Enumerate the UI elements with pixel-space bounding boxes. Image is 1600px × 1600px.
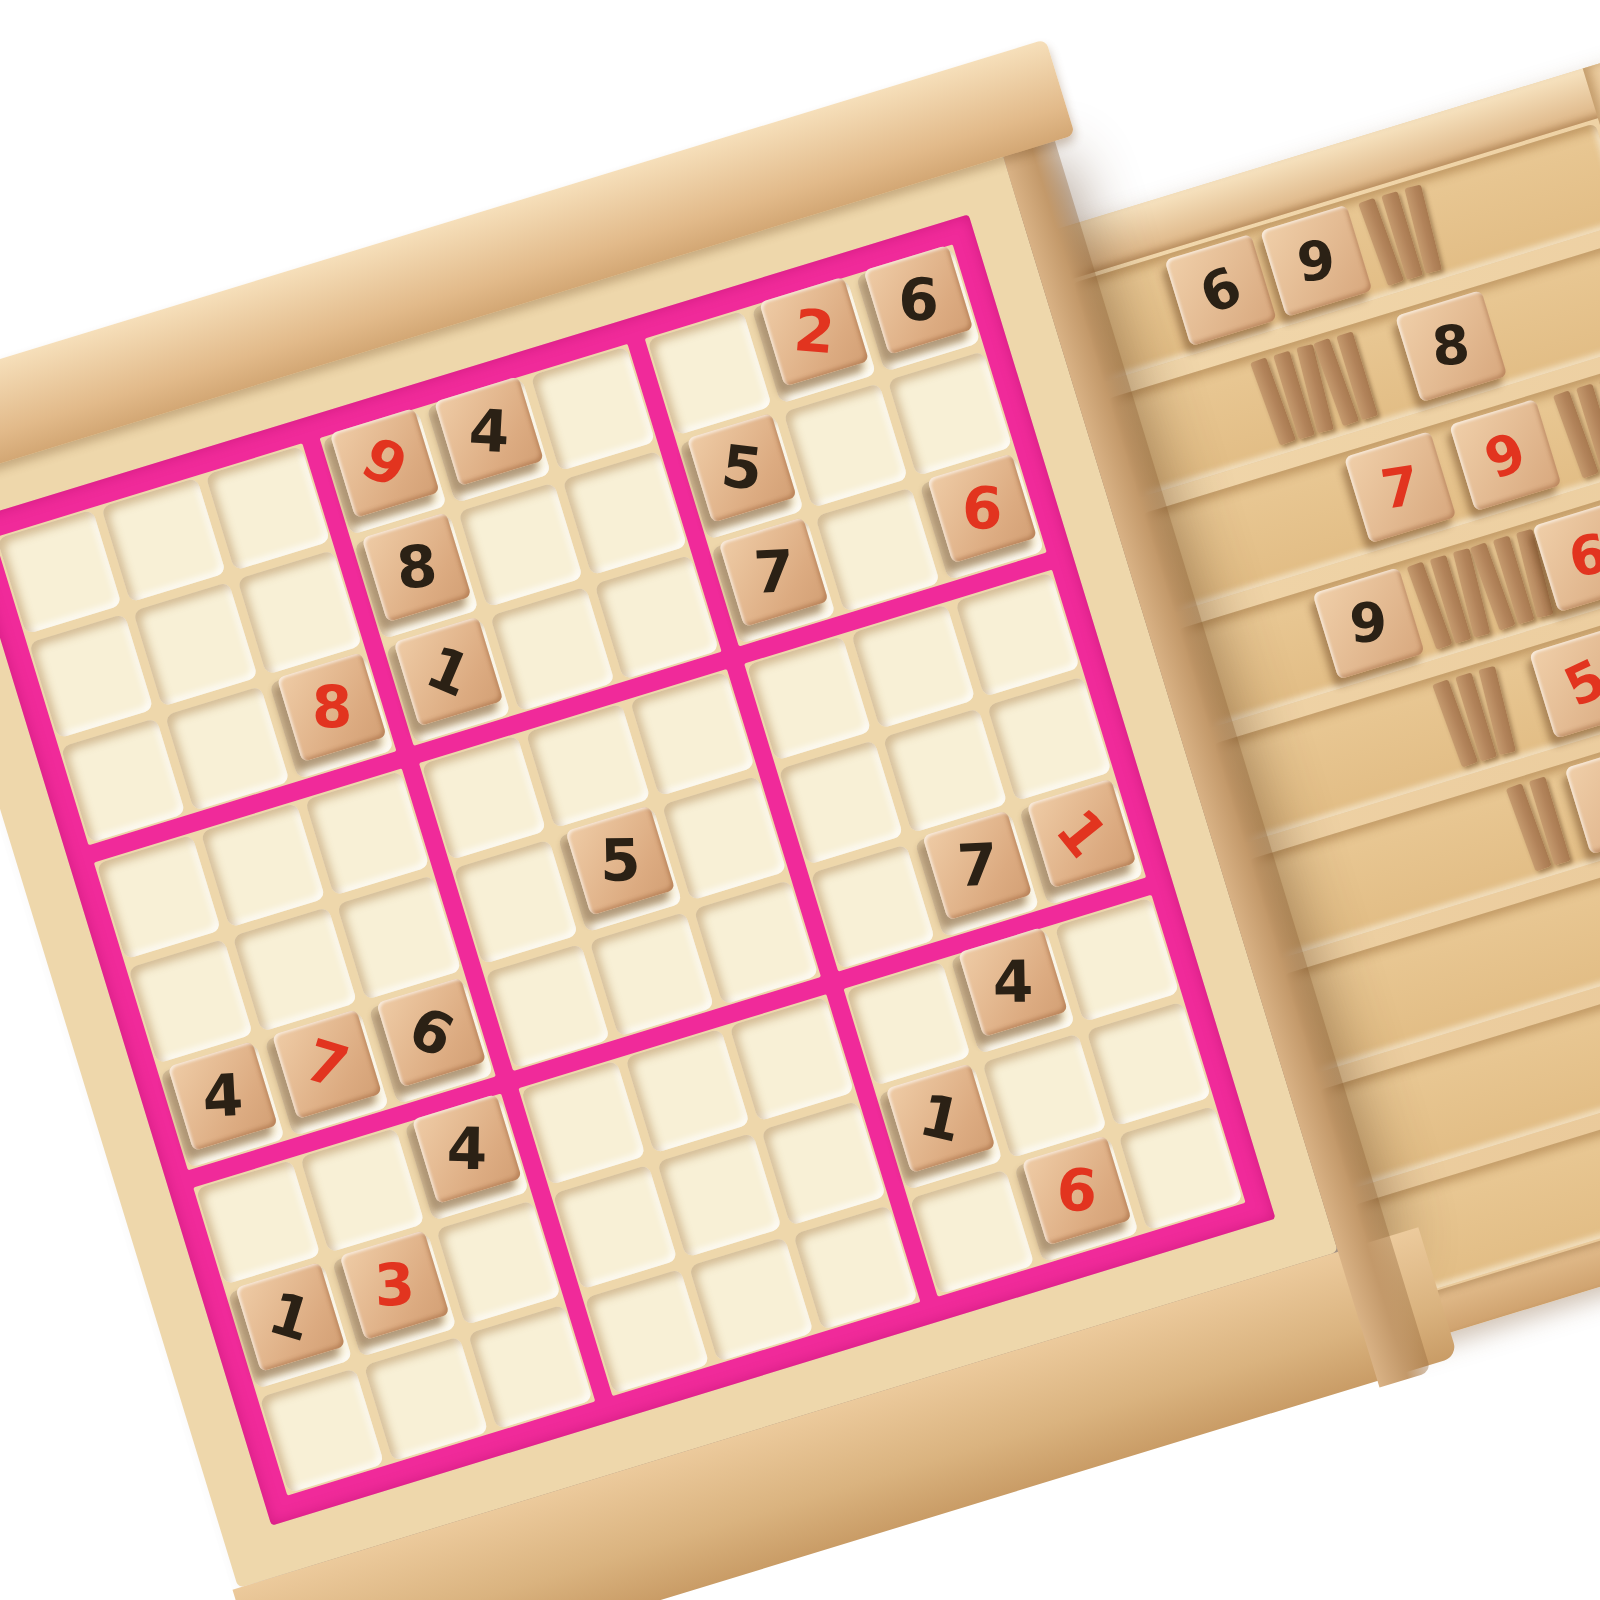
- board-cell-r1c1[interactable]: [0, 509, 122, 634]
- grid-box-1: 8: [0, 443, 396, 845]
- board-cell-r4c8[interactable]: [851, 604, 976, 729]
- drawer-tile-9-red[interactable]: 9: [1449, 399, 1561, 511]
- grid-box-3: 26576: [645, 244, 1047, 646]
- board-cell-r1c4[interactable]: 9: [322, 410, 447, 535]
- board-cell-r5c4[interactable]: [453, 839, 578, 964]
- board-cell-r2c9[interactable]: [888, 351, 1013, 476]
- board-cell-r7c5[interactable]: [625, 1028, 750, 1153]
- product-photo-stage: 6987996543325211 987654321 8948126576476…: [0, 0, 1600, 1600]
- tile-digit: 9: [1348, 590, 1389, 655]
- board-cell-r5c7[interactable]: [778, 740, 903, 865]
- grid-box-4: 476: [94, 768, 496, 1170]
- board-cell-r1c8[interactable]: 2: [751, 279, 876, 404]
- board-cell-r5c6[interactable]: [662, 776, 787, 901]
- tile-digit: 8: [1430, 313, 1473, 379]
- drawer-tile-9-black[interactable]: 9: [1312, 567, 1424, 679]
- board-cell-r2c1[interactable]: [29, 614, 154, 739]
- number-tile-2-red[interactable]: 2: [759, 277, 869, 387]
- board-cell-r6c3[interactable]: 6: [369, 979, 494, 1104]
- board-cell-r8c6[interactable]: [761, 1101, 886, 1226]
- tile-digit: 5: [1555, 646, 1600, 719]
- board-cell-r8c9[interactable]: [1086, 1001, 1211, 1126]
- board-cell-r6c7[interactable]: [810, 844, 935, 969]
- drawer-tile-8-black[interactable]: 8: [1395, 289, 1507, 401]
- board-cell-r8c4[interactable]: [553, 1165, 678, 1290]
- tile-digit: 4: [992, 953, 1033, 1012]
- drawer-tile-7-red[interactable]: 7: [1344, 431, 1456, 543]
- tile-digit: 6: [961, 479, 1002, 538]
- board-cell-r2c2[interactable]: [133, 582, 258, 707]
- grid-box-5: 5: [419, 669, 821, 1071]
- number-tile-1-red[interactable]: 1: [1027, 779, 1137, 889]
- board-cell-r9c9[interactable]: [1118, 1106, 1243, 1231]
- board-cell-r1c6[interactable]: [531, 346, 656, 471]
- number-tile-7-red[interactable]: 7: [272, 1009, 382, 1119]
- tile-digit: 5: [718, 437, 765, 499]
- board-cell-r7c1[interactable]: [196, 1160, 321, 1285]
- tile-digit: 4: [446, 1120, 487, 1179]
- board-cell-r1c3[interactable]: [205, 446, 330, 571]
- tile-digit: 1: [1046, 800, 1116, 868]
- tile-digit: 1: [262, 1283, 318, 1350]
- number-tile-3-red[interactable]: 3: [340, 1230, 450, 1340]
- number-tile-6-black[interactable]: 6: [376, 977, 486, 1087]
- drawer-tile-9-black[interactable]: 9: [1260, 205, 1372, 317]
- board-cell-r5c9[interactable]: [987, 676, 1112, 801]
- tile-digit: 2: [791, 301, 836, 362]
- board-cell-r1c7[interactable]: [647, 311, 772, 436]
- board-cell-r5c5[interactable]: 5: [558, 808, 683, 933]
- number-tile-5-black[interactable]: 5: [687, 413, 797, 523]
- tile-digit: 3: [373, 1255, 416, 1315]
- tile-digit: 7: [1377, 453, 1424, 521]
- drawer-tile-4-black[interactable]: 4: [1564, 742, 1600, 854]
- board-cell-r6c2[interactable]: 7: [264, 1011, 389, 1136]
- board-cell-r4c4[interactable]: [421, 735, 546, 860]
- tile-digit: 9: [1476, 419, 1535, 492]
- number-tile-4-black[interactable]: 4: [168, 1041, 278, 1151]
- grid-box-7: 413: [193, 1094, 595, 1496]
- board-cell-r9c8[interactable]: 6: [1014, 1138, 1139, 1263]
- board-cell-r8c1[interactable]: 1: [228, 1264, 353, 1389]
- board-cell-r9c5[interactable]: [689, 1237, 814, 1362]
- board-cell-r4c2[interactable]: [201, 803, 326, 928]
- board-cell-r4c5[interactable]: [526, 703, 651, 828]
- grid-box-9: 416: [844, 895, 1246, 1297]
- board-cell-r2c6[interactable]: [562, 451, 687, 576]
- board-cell-r3c5[interactable]: [490, 587, 615, 712]
- tile-digit: 8: [394, 537, 439, 598]
- board-cell-r8c3[interactable]: [436, 1200, 561, 1325]
- number-tile-9-red[interactable]: 9: [330, 408, 440, 518]
- board-cell-r9c3[interactable]: [468, 1304, 593, 1429]
- grid-box-6: 71: [744, 570, 1146, 972]
- number-tile-4-black[interactable]: 4: [434, 376, 544, 486]
- board-cell-r3c8[interactable]: [815, 487, 940, 612]
- board-cell-r6c1[interactable]: 4: [160, 1043, 285, 1168]
- number-tile-8-red[interactable]: 8: [277, 652, 387, 762]
- board-cell-r2c3[interactable]: [237, 550, 362, 675]
- board-cell-r4c7[interactable]: [747, 636, 872, 761]
- board-cell-r3c9[interactable]: 6: [919, 455, 1044, 580]
- board-cell-r2c4[interactable]: 8: [354, 514, 479, 639]
- board-cell-r7c3[interactable]: 4: [404, 1096, 529, 1221]
- number-tile-7-black[interactable]: 7: [719, 517, 829, 627]
- board-cell-r6c5[interactable]: [589, 912, 714, 1037]
- board-cell-r8c7[interactable]: 1: [878, 1065, 1003, 1190]
- board-cell-r9c6[interactable]: [793, 1205, 918, 1330]
- number-tile-4-black[interactable]: 4: [958, 927, 1068, 1037]
- number-tile-6-red[interactable]: 6: [1022, 1136, 1132, 1246]
- board-cell-r9c4[interactable]: [585, 1269, 710, 1394]
- board-cell-r3c6[interactable]: [594, 555, 719, 680]
- board-cell-r8c2[interactable]: 3: [332, 1232, 457, 1357]
- board-cell-r8c5[interactable]: [657, 1133, 782, 1258]
- board-cell-r9c2[interactable]: [364, 1336, 489, 1461]
- board-cell-r6c8[interactable]: 7: [915, 812, 1040, 937]
- tile-digit: 6: [1055, 1160, 1098, 1220]
- drawer-tile-6-black[interactable]: 6: [1164, 234, 1276, 346]
- number-tile-1-black[interactable]: 1: [394, 617, 504, 727]
- board-cell-r3c2[interactable]: [165, 686, 290, 811]
- board-cell-r6c9[interactable]: 1: [1019, 781, 1144, 906]
- number-tile-1-black[interactable]: 1: [886, 1063, 996, 1173]
- board-cell-r6c6[interactable]: [694, 880, 819, 1005]
- tile-digit: 4: [201, 1066, 244, 1126]
- board-cell-r3c4[interactable]: 1: [386, 619, 511, 744]
- tile-digit: 6: [898, 271, 939, 330]
- board-cell-r5c1[interactable]: [128, 939, 253, 1064]
- grid-box-2: 9481: [320, 344, 722, 746]
- tile-digit: 6: [1190, 254, 1251, 327]
- board-cell-r1c2[interactable]: [101, 478, 226, 603]
- tile-digit: 7: [299, 1031, 355, 1098]
- board-cell-r5c8[interactable]: [883, 708, 1008, 833]
- board-cell-r7c6[interactable]: [729, 997, 854, 1122]
- tilted-scene: 6987996543325211 987654321 8948126576476…: [0, 0, 1600, 1600]
- board-cell-r2c5[interactable]: [458, 482, 583, 607]
- board-cell-r7c2[interactable]: [300, 1128, 425, 1253]
- tile-digit: 1: [419, 637, 479, 706]
- board-cell-r5c2[interactable]: [232, 907, 357, 1032]
- board-cell-r9c7[interactable]: [910, 1169, 1035, 1294]
- tile-digit: 8: [311, 678, 352, 737]
- number-tile-8-black[interactable]: 8: [362, 512, 472, 622]
- board-cell-r4c1[interactable]: [96, 835, 221, 960]
- tile-digit: 9: [354, 428, 416, 498]
- tile-digit: 5: [600, 831, 641, 890]
- board-cell-r7c4[interactable]: [521, 1060, 646, 1185]
- board-cell-r9c1[interactable]: [259, 1368, 384, 1493]
- number-tile-4-black[interactable]: 4: [412, 1094, 522, 1204]
- board-cell-r2c8[interactable]: [783, 383, 908, 508]
- tile-digit: 6: [1564, 521, 1600, 590]
- tile-digit: 7: [956, 835, 999, 895]
- board-cell-r5c3[interactable]: [337, 875, 462, 1000]
- board-cell-r3c3[interactable]: 8: [269, 654, 394, 779]
- board-cell-r4c3[interactable]: [305, 771, 430, 896]
- number-tile-7-black[interactable]: 7: [922, 810, 1032, 920]
- number-tile-6-black[interactable]: 6: [863, 245, 973, 355]
- board-cell-r3c7[interactable]: 7: [711, 519, 836, 644]
- tile-digit: 7: [752, 542, 795, 602]
- drawer-tile-5-red[interactable]: 5: [1529, 626, 1600, 738]
- board-cell-r2c7[interactable]: 5: [679, 415, 804, 540]
- board-cell-r3c1[interactable]: [61, 718, 186, 843]
- board-cell-r4c9[interactable]: [955, 572, 1080, 697]
- number-tile-6-red[interactable]: 6: [927, 453, 1037, 563]
- tile-digit: 4: [467, 401, 510, 461]
- board-cell-r7c7[interactable]: [846, 961, 971, 1086]
- board-cell-r1c9[interactable]: 6: [856, 247, 981, 372]
- board-cell-r6c4[interactable]: [485, 944, 610, 1069]
- tile-digit: 1: [914, 1085, 966, 1151]
- board-cell-r7c8[interactable]: 4: [950, 929, 1075, 1054]
- number-tile-1-black[interactable]: 1: [235, 1262, 345, 1372]
- tile-digit: 9: [1294, 227, 1339, 294]
- board-cell-r1c5[interactable]: 4: [426, 378, 551, 503]
- tile-digit: 6: [401, 997, 462, 1067]
- board-cell-r7c9[interactable]: [1054, 897, 1179, 1022]
- board-cell-r8c8[interactable]: [982, 1033, 1107, 1158]
- board-cell-r4c6[interactable]: [630, 671, 755, 796]
- number-tile-5-black[interactable]: 5: [565, 806, 675, 916]
- grid-box-8: [518, 994, 920, 1396]
